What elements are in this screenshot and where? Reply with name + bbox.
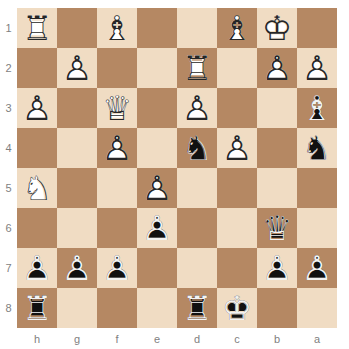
black-pawn[interactable]: ♟♙ bbox=[257, 248, 297, 288]
square-g4[interactable] bbox=[57, 128, 97, 168]
square-b2[interactable]: ♟♙ bbox=[257, 48, 297, 88]
square-c1[interactable]: ♝♗ bbox=[217, 8, 257, 48]
rook-glyph-outline: ♖ bbox=[177, 48, 217, 88]
file-label-g: g bbox=[57, 328, 97, 349]
black-bishop[interactable]: ♝♗ bbox=[297, 88, 337, 128]
square-c3[interactable] bbox=[217, 88, 257, 128]
square-e5[interactable]: ♟♙ bbox=[137, 168, 177, 208]
pawn-glyph-outline: ♙ bbox=[57, 48, 97, 88]
square-b4[interactable] bbox=[257, 128, 297, 168]
white-pawn[interactable]: ♟♙ bbox=[137, 168, 177, 208]
square-b3[interactable] bbox=[257, 88, 297, 128]
square-c2[interactable] bbox=[217, 48, 257, 88]
square-c4[interactable]: ♟♙ bbox=[217, 128, 257, 168]
rank-label-7: 7 bbox=[0, 248, 17, 288]
black-pawn[interactable]: ♟♙ bbox=[137, 208, 177, 248]
white-rook[interactable]: ♜♖ bbox=[17, 8, 57, 48]
square-g7[interactable]: ♟♙ bbox=[57, 248, 97, 288]
square-f2[interactable] bbox=[97, 48, 137, 88]
rank-label-2: 2 bbox=[0, 48, 17, 88]
pawn-glyph-outline: ♙ bbox=[177, 88, 217, 128]
square-f7[interactable]: ♟♙ bbox=[97, 248, 137, 288]
square-d4[interactable]: ♞♘ bbox=[177, 128, 217, 168]
king-glyph-outline: ♔ bbox=[257, 8, 297, 48]
pawn-glyph-outline: ♙ bbox=[297, 248, 337, 288]
pawn-glyph-outline: ♙ bbox=[57, 248, 97, 288]
square-d7[interactable] bbox=[177, 248, 217, 288]
white-bishop[interactable]: ♝♗ bbox=[217, 8, 257, 48]
pawn-glyph-outline: ♙ bbox=[217, 128, 257, 168]
black-queen[interactable]: ♛♕ bbox=[257, 208, 297, 248]
white-pawn[interactable]: ♟♙ bbox=[17, 88, 57, 128]
rank-label-5: 5 bbox=[0, 168, 17, 208]
square-g2[interactable]: ♟♙ bbox=[57, 48, 97, 88]
black-pawn[interactable]: ♟♙ bbox=[297, 248, 337, 288]
pawn-glyph-outline: ♙ bbox=[17, 248, 57, 288]
square-f5[interactable] bbox=[97, 168, 137, 208]
file-label-a: a bbox=[297, 328, 337, 349]
knight-glyph-outline: ♘ bbox=[297, 128, 337, 168]
square-a6[interactable] bbox=[297, 208, 337, 248]
queen-glyph-outline: ♕ bbox=[97, 88, 137, 128]
square-a4[interactable]: ♞♘ bbox=[297, 128, 337, 168]
rook-glyph-outline: ♖ bbox=[177, 288, 217, 328]
square-h4[interactable] bbox=[17, 128, 57, 168]
rook-glyph-outline: ♖ bbox=[17, 288, 57, 328]
square-f3[interactable]: ♛♕ bbox=[97, 88, 137, 128]
pawn-glyph-outline: ♙ bbox=[297, 48, 337, 88]
black-pawn[interactable]: ♟♙ bbox=[17, 248, 57, 288]
square-a5[interactable] bbox=[297, 168, 337, 208]
file-label-d: d bbox=[177, 328, 217, 349]
square-e2[interactable] bbox=[137, 48, 177, 88]
square-e8[interactable] bbox=[137, 288, 177, 328]
square-a3[interactable]: ♝♗ bbox=[297, 88, 337, 128]
pawn-glyph-outline: ♙ bbox=[17, 88, 57, 128]
white-pawn[interactable]: ♟♙ bbox=[177, 88, 217, 128]
king-glyph-outline: ♔ bbox=[217, 288, 257, 328]
square-c8[interactable]: ♚♔ bbox=[217, 288, 257, 328]
square-f1[interactable]: ♝♗ bbox=[97, 8, 137, 48]
square-e6[interactable]: ♟♙ bbox=[137, 208, 177, 248]
queen-glyph-outline: ♕ bbox=[257, 208, 297, 248]
pawn-glyph-outline: ♙ bbox=[137, 168, 177, 208]
square-c6[interactable] bbox=[217, 208, 257, 248]
white-pawn[interactable]: ♟♙ bbox=[97, 128, 137, 168]
square-d3[interactable]: ♟♙ bbox=[177, 88, 217, 128]
rank-label-8: 8 bbox=[0, 288, 17, 328]
rank-label-3: 3 bbox=[0, 88, 17, 128]
square-a1[interactable] bbox=[297, 8, 337, 48]
square-b7[interactable]: ♟♙ bbox=[257, 248, 297, 288]
square-g3[interactable] bbox=[57, 88, 97, 128]
square-b8[interactable] bbox=[257, 288, 297, 328]
square-h2[interactable] bbox=[17, 48, 57, 88]
square-f6[interactable] bbox=[97, 208, 137, 248]
pawn-glyph-outline: ♙ bbox=[97, 128, 137, 168]
bishop-glyph-outline: ♗ bbox=[97, 8, 137, 48]
square-b1[interactable]: ♚♔ bbox=[257, 8, 297, 48]
pawn-glyph-outline: ♙ bbox=[137, 208, 177, 248]
square-d6[interactable] bbox=[177, 208, 217, 248]
square-h8[interactable]: ♜♖ bbox=[17, 288, 57, 328]
file-label-b: b bbox=[257, 328, 297, 349]
black-pawn[interactable]: ♟♙ bbox=[57, 248, 97, 288]
white-knight[interactable]: ♞♘ bbox=[17, 168, 57, 208]
square-d2[interactable]: ♜♖ bbox=[177, 48, 217, 88]
square-g1[interactable] bbox=[57, 8, 97, 48]
square-h5[interactable]: ♞♘ bbox=[17, 168, 57, 208]
rank-label-4: 4 bbox=[0, 128, 17, 168]
knight-glyph-outline: ♘ bbox=[177, 128, 217, 168]
square-g8[interactable] bbox=[57, 288, 97, 328]
pawn-glyph-outline: ♙ bbox=[97, 248, 137, 288]
square-f4[interactable]: ♟♙ bbox=[97, 128, 137, 168]
square-a7[interactable]: ♟♙ bbox=[297, 248, 337, 288]
square-d5[interactable] bbox=[177, 168, 217, 208]
black-knight[interactable]: ♞♘ bbox=[297, 128, 337, 168]
bishop-glyph-outline: ♗ bbox=[297, 88, 337, 128]
file-label-c: c bbox=[217, 328, 257, 349]
file-label-f: f bbox=[97, 328, 137, 349]
black-knight[interactable]: ♞♘ bbox=[177, 128, 217, 168]
pawn-glyph-outline: ♙ bbox=[257, 48, 297, 88]
black-pawn[interactable]: ♟♙ bbox=[97, 248, 137, 288]
square-e1[interactable] bbox=[137, 8, 177, 48]
rank-labels: 12345678 bbox=[0, 8, 17, 328]
rank-label-6: 6 bbox=[0, 208, 17, 248]
square-d1[interactable] bbox=[177, 8, 217, 48]
square-e4[interactable] bbox=[137, 128, 177, 168]
white-king[interactable]: ♚♔ bbox=[257, 8, 297, 48]
square-g6[interactable] bbox=[57, 208, 97, 248]
black-king[interactable]: ♚♔ bbox=[217, 288, 257, 328]
square-h6[interactable] bbox=[17, 208, 57, 248]
square-c5[interactable] bbox=[217, 168, 257, 208]
square-d8[interactable]: ♜♖ bbox=[177, 288, 217, 328]
file-labels: hgfedcba bbox=[17, 328, 337, 349]
white-queen[interactable]: ♛♕ bbox=[97, 88, 137, 128]
white-pawn[interactable]: ♟♙ bbox=[57, 48, 97, 88]
file-label-h: h bbox=[17, 328, 57, 349]
white-rook[interactable]: ♜♖ bbox=[177, 48, 217, 88]
square-e7[interactable] bbox=[137, 248, 177, 288]
square-b5[interactable] bbox=[257, 168, 297, 208]
white-pawn[interactable]: ♟♙ bbox=[217, 128, 257, 168]
white-bishop[interactable]: ♝♗ bbox=[97, 8, 137, 48]
file-label-e: e bbox=[137, 328, 177, 349]
chess-board: ♜♖♝♗♝♗♚♔♟♙♜♖♟♙♟♙♟♙♛♕♟♙♝♗♟♙♞♘♟♙♞♘♞♘♟♙♟♙♛♕… bbox=[17, 8, 337, 328]
square-f8[interactable] bbox=[97, 288, 137, 328]
square-h7[interactable]: ♟♙ bbox=[17, 248, 57, 288]
rank-label-1: 1 bbox=[0, 8, 17, 48]
square-a2[interactable]: ♟♙ bbox=[297, 48, 337, 88]
rook-glyph-outline: ♖ bbox=[17, 8, 57, 48]
square-g5[interactable] bbox=[57, 168, 97, 208]
square-e3[interactable] bbox=[137, 88, 177, 128]
chess-diagram: 12345678 ♜♖♝♗♝♗♚♔♟♙♜♖♟♙♟♙♟♙♛♕♟♙♝♗♟♙♞♘♟♙♞… bbox=[0, 0, 349, 349]
black-rook[interactable]: ♜♖ bbox=[177, 288, 217, 328]
white-pawn[interactable]: ♟♙ bbox=[257, 48, 297, 88]
square-h3[interactable]: ♟♙ bbox=[17, 88, 57, 128]
square-b6[interactable]: ♛♕ bbox=[257, 208, 297, 248]
white-pawn[interactable]: ♟♙ bbox=[297, 48, 337, 88]
black-rook[interactable]: ♜♖ bbox=[17, 288, 57, 328]
square-a8[interactable] bbox=[297, 288, 337, 328]
knight-glyph-outline: ♘ bbox=[17, 168, 57, 208]
bishop-glyph-outline: ♗ bbox=[217, 8, 257, 48]
square-c7[interactable] bbox=[217, 248, 257, 288]
pawn-glyph-outline: ♙ bbox=[257, 248, 297, 288]
square-h1[interactable]: ♜♖ bbox=[17, 8, 57, 48]
